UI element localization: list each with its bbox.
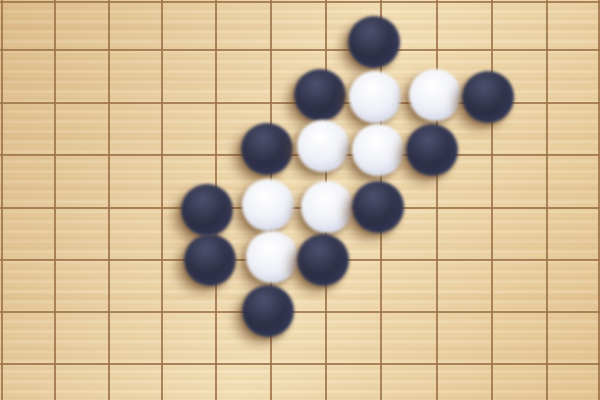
black-stone[interactable] [348, 16, 400, 68]
grid-line-vertical [1, 0, 4, 400]
goban-photo [0, 0, 600, 400]
grid-line-vertical [54, 0, 57, 400]
black-stone[interactable] [406, 124, 458, 176]
grid-line-horizontal [0, 49, 600, 52]
black-stone[interactable] [297, 234, 349, 286]
grid-line-horizontal [0, 207, 600, 210]
black-stone[interactable] [184, 234, 236, 286]
grid-line-horizontal [0, 363, 600, 366]
grid-line-vertical [546, 0, 549, 400]
white-stone[interactable] [349, 71, 401, 123]
grid-line-vertical [436, 0, 439, 400]
black-stone[interactable] [242, 285, 294, 337]
black-stone[interactable] [352, 181, 404, 233]
black-stone[interactable] [294, 69, 346, 121]
black-stone[interactable] [462, 71, 514, 123]
white-stone[interactable] [352, 124, 404, 176]
white-stone[interactable] [246, 231, 298, 283]
black-stone[interactable] [241, 123, 293, 175]
white-stone[interactable] [409, 69, 461, 121]
grid-line-horizontal [0, 311, 600, 314]
white-stone[interactable] [301, 181, 353, 233]
black-stone[interactable] [181, 184, 233, 236]
grid-line-vertical [108, 0, 111, 400]
white-stone[interactable] [297, 120, 349, 172]
grid-line-horizontal [0, 1, 600, 4]
grid-line-vertical [161, 0, 164, 400]
white-stone[interactable] [242, 179, 294, 231]
goban-board [0, 0, 600, 400]
grid-line-vertical [491, 0, 494, 400]
